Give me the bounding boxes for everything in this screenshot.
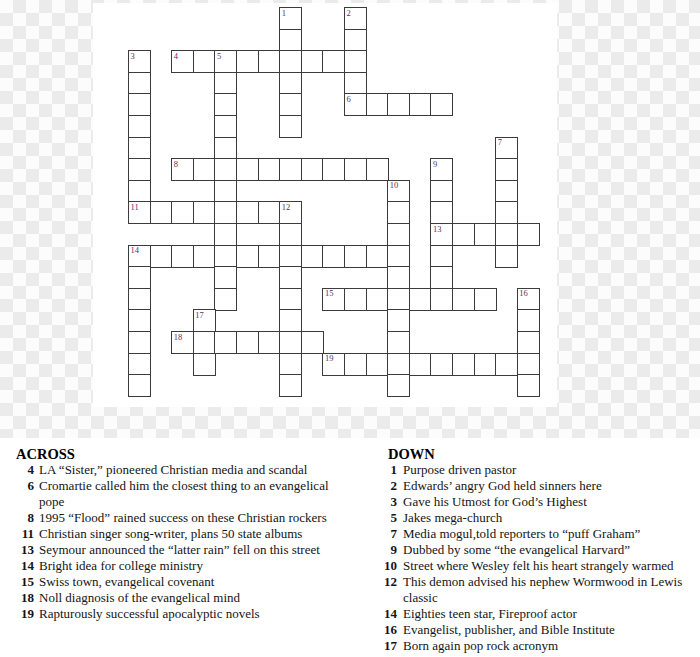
grid-cell[interactable] [366,158,389,181]
grid-cell[interactable] [344,29,367,52]
clue-item-text: Dubbed by some “the evangelical Harvard” [403,542,630,558]
grid-cell[interactable] [128,158,151,181]
clue-item: 2Edwards’ angry God held sinners here [372,478,700,494]
grid-cell[interactable]: 12 [279,201,302,224]
grid-cell[interactable] [430,201,453,224]
grid-cell[interactable] [387,331,410,354]
grid-cell[interactable] [279,374,302,397]
grid-cell[interactable]: 1 [279,7,302,30]
grid-cell[interactable] [409,353,432,376]
grid-cell[interactable] [409,288,432,311]
grid-cell[interactable] [279,288,302,311]
across-clues-section: ACROSS 4LA “Sister,” pioneered Christian… [0,446,352,622]
clue-item-text: Christian singer song-writer, plans 50 s… [39,526,302,542]
grid-cell[interactable] [301,245,324,268]
grid-cell[interactable]: 18 [171,331,194,354]
clue-number-label: 10 [390,180,399,190]
clue-item-number: 12 [372,574,397,590]
grid-cell[interactable] [387,223,410,246]
clue-number-label: 14 [131,245,140,255]
grid-cell[interactable] [128,309,151,332]
grid-cell[interactable] [344,50,367,73]
grid-cell[interactable] [495,158,518,181]
grid-cell[interactable] [214,201,237,224]
grid-cell[interactable] [214,72,237,95]
grid-cell[interactable] [452,223,475,246]
grid-cell[interactable] [193,50,216,73]
grid-cell[interactable] [193,245,216,268]
grid-cell[interactable] [279,158,302,181]
grid-cell[interactable] [214,223,237,246]
clue-item: 10Street where Wesley felt his heart str… [372,558,700,574]
grid-cell[interactable] [322,158,345,181]
grid-cell[interactable] [517,374,540,397]
clue-item-text: LA “Sister,” pioneered Christian media a… [39,462,307,478]
grid-cell[interactable]: 4 [171,50,194,73]
clue-item: 12This demon advised his nephew Wormwood… [372,574,700,606]
grid-cell[interactable] [366,353,389,376]
grid-cell[interactable] [452,288,475,311]
grid-cell[interactable] [474,223,497,246]
grid-cell[interactable]: 8 [171,158,194,181]
clue-item: 14Eighties teen star, Fireproof actor [372,606,700,622]
grid-cell[interactable]: 7 [495,137,518,160]
grid-cell[interactable] [344,72,367,95]
clue-item-text: Edwards’ angry God held sinners here [403,478,602,494]
clue-item: 6Cromartie called him the closest thing … [0,478,352,510]
grid-cell[interactable] [430,288,453,311]
grid-cell[interactable] [258,331,281,354]
grid-cell[interactable] [128,353,151,376]
grid-cell[interactable] [236,201,259,224]
clue-item: 11Christian singer song-writer, plans 50… [0,526,352,542]
grid-cell[interactable] [517,331,540,354]
grid-cell[interactable] [430,93,453,116]
grid-cell[interactable] [128,93,151,116]
clue-number-label: 19 [325,353,334,363]
clue-number-label: 16 [519,288,528,298]
grid-cell[interactable] [517,353,540,376]
grid-cell[interactable] [301,331,324,354]
grid-cell[interactable] [150,201,173,224]
grid-cell[interactable] [214,266,237,289]
clue-item-text: Evangelist, publisher, and Bible Institu… [403,622,615,638]
clue-item-number: 16 [372,622,397,638]
grid-cell[interactable] [344,245,367,268]
grid-cell[interactable] [128,266,151,289]
grid-cell[interactable] [495,201,518,224]
grid-cell[interactable]: 17 [193,309,216,332]
grid-cell[interactable] [128,331,151,354]
down-clue-list: 1Purpose driven pastor2Edwards’ angry Go… [372,462,700,654]
clue-item: 17Born again pop rock acronym [372,638,700,654]
grid-cell[interactable] [301,158,324,181]
clue-number-label: 5 [217,51,221,61]
grid-cell[interactable] [387,93,410,116]
grid-cell[interactable] [279,29,302,52]
clue-item: 13Seymour announced the “latter rain” fe… [0,542,352,558]
clue-item-number: 9 [372,542,397,558]
grid-cell[interactable] [387,309,410,332]
grid-cell[interactable] [150,245,173,268]
grid-cell[interactable] [430,353,453,376]
clue-number-label: 7 [498,137,502,147]
grid-cell[interactable] [128,288,151,311]
grid-cell[interactable] [279,72,302,95]
grid-cell[interactable] [258,158,281,181]
grid-cell[interactable] [258,245,281,268]
clue-item-number: 18 [0,590,34,606]
clue-number-label: 17 [195,310,204,320]
grid-cell[interactable] [214,158,237,181]
grid-cell[interactable] [387,245,410,268]
grid-cell[interactable] [366,93,389,116]
grid-cell[interactable] [193,331,216,354]
grid-cell[interactable] [279,115,302,138]
clue-item-text: Cromartie called him the closest thing t… [39,478,329,510]
clue-item: 4LA “Sister,” pioneered Christian media … [0,462,352,478]
clue-item-number: 11 [0,526,34,542]
clue-item-text: Media mogul,told reporters to “puff Grah… [403,526,640,542]
clue-number-label: 1 [282,8,286,18]
across-clue-list: 4LA “Sister,” pioneered Christian media … [0,462,352,622]
clue-item-number: 17 [372,638,397,654]
grid-cell[interactable] [430,180,453,203]
grid-cell[interactable] [322,50,345,73]
grid-cell[interactable]: 9 [430,158,453,181]
clue-item: 81995 “Flood” rained success on these Ch… [0,510,352,526]
grid-cell[interactable] [236,50,259,73]
grid-cell[interactable] [279,50,302,73]
clue-number-label: 6 [347,94,351,104]
clue-item-text: Noll diagnosis of the evangelical mind [39,590,240,606]
clue-item-number: 13 [0,542,34,558]
clue-item-number: 2 [372,478,397,494]
clue-item-text: Street where Wesley felt his heart stran… [403,558,674,574]
clue-item-number: 8 [0,510,34,526]
clue-item-text: Rapturously successful apocalyptic novel… [39,606,260,622]
clue-number-label: 3 [131,51,135,61]
clue-item: 5Jakes mega-church [372,510,700,526]
grid-cell[interactable] [344,353,367,376]
grid-cell[interactable]: 14 [128,245,151,268]
grid-cell[interactable]: 19 [322,353,345,376]
grid-cell[interactable] [301,50,324,73]
grid-cell[interactable] [474,288,497,311]
grid-cell[interactable] [322,245,345,268]
clue-item-text: Bright idea for college ministry [39,558,203,574]
clue-number-label: 2 [347,8,351,18]
grid-cell[interactable] [214,180,237,203]
clue-item-number: 10 [372,558,397,574]
clue-item-number: 1 [372,462,397,478]
clue-item: 1Purpose driven pastor [372,462,700,478]
clue-item-text: Purpose driven pastor [403,462,516,478]
clue-item-text: 1995 “Flood” rained success on these Chr… [39,510,327,526]
clue-item-number: 14 [0,558,34,574]
grid-cell[interactable] [214,115,237,138]
clue-item-number: 6 [0,478,34,494]
grid-cell[interactable] [474,353,497,376]
clue-item: 14Bright idea for college ministry [0,558,352,574]
clue-item: 3Gave his Utmost for God’s Highest [372,494,700,510]
grid-cell[interactable]: 15 [322,288,345,311]
grid-cell[interactable] [128,72,151,95]
clue-item: 9Dubbed by some “the evangelical Harvard… [372,542,700,558]
grid-cell[interactable]: 11 [128,201,151,224]
grid-cell[interactable] [279,309,302,332]
grid-cell[interactable] [430,245,453,268]
grid-cell[interactable] [387,374,410,397]
grid-cell[interactable] [452,353,475,376]
grid-cell[interactable] [517,309,540,332]
grid-cell[interactable] [409,93,432,116]
grid-cell[interactable] [495,353,518,376]
grid-cell[interactable] [236,158,259,181]
clue-item-number: 15 [0,574,34,590]
across-header: ACROSS [16,446,352,462]
grid-cell[interactable] [128,374,151,397]
grid-cell[interactable] [279,266,302,289]
grid-cell[interactable] [258,201,281,224]
clue-item-text: Seymour announced the “latter rain” fell… [39,542,320,558]
grid-cell[interactable] [344,158,367,181]
grid-cell[interactable] [279,245,302,268]
grid-cell[interactable] [366,288,389,311]
grid-cell[interactable] [214,288,237,311]
grid-cell[interactable] [344,288,367,311]
clue-item: 19Rapturously successful apocalyptic nov… [0,606,352,622]
down-clues-section: DOWN 1Purpose driven pastor2Edwards’ ang… [372,446,700,654]
grid-cell[interactable] [495,180,518,203]
grid-cell[interactable]: 2 [344,7,367,30]
grid-cell[interactable] [236,245,259,268]
clue-number-label: 12 [282,202,291,212]
grid-cell[interactable] [279,353,302,376]
grid-cell[interactable] [387,353,410,376]
grid-cell[interactable] [430,266,453,289]
grid-cell[interactable] [128,180,151,203]
clue-item: 18Noll diagnosis of the evangelical mind [0,590,352,606]
grid-cell[interactable] [214,93,237,116]
clue-item-text: Swiss town, evangelical covenant [39,574,214,590]
clue-item-text: Jakes mega-church [403,510,502,526]
grid-cell[interactable] [128,115,151,138]
grid-cell[interactable]: 16 [517,288,540,311]
grid-cell[interactable] [193,201,216,224]
grid-cell[interactable] [193,353,216,376]
grid-cell[interactable] [214,331,237,354]
grid-cell[interactable]: 13 [430,223,453,246]
clue-item-number: 5 [372,510,397,526]
clue-item-number: 4 [0,462,34,478]
clue-item-number: 14 [372,606,397,622]
clue-item-number: 19 [0,606,34,622]
grid-cell[interactable]: 6 [344,93,367,116]
grid-cell[interactable]: 3 [128,50,151,73]
grid-cell[interactable] [279,93,302,116]
grid-cell[interactable] [495,223,518,246]
grid-cell[interactable] [258,50,281,73]
grid-cell[interactable]: 10 [387,180,410,203]
grid-cell[interactable] [387,266,410,289]
grid-cell[interactable] [128,137,151,160]
grid-cell[interactable] [279,331,302,354]
grid-cell[interactable] [495,245,518,268]
clue-number-label: 9 [433,159,437,169]
grid-cell[interactable] [193,158,216,181]
clue-item-text: Born again pop rock acronym [403,638,558,654]
grid-cell[interactable]: 5 [214,50,237,73]
clue-item-text: Eighties teen star, Fireproof actor [403,606,577,622]
clue-item-number: 7 [372,526,397,542]
clue-item: 16Evangelist, publisher, and Bible Insti… [372,622,700,638]
clue-item: 15Swiss town, evangelical covenant [0,574,352,590]
grid-cell[interactable] [517,223,540,246]
clue-number-label: 4 [174,51,178,61]
clue-item-text: This demon advised his nephew Wormwood i… [403,574,682,606]
grid-cell[interactable] [214,245,237,268]
grid-cell[interactable] [387,288,410,311]
down-header: DOWN [388,446,700,462]
grid-cell[interactable] [171,201,194,224]
clue-item: 7Media mogul,told reporters to “puff Gra… [372,526,700,542]
clue-item-number: 3 [372,494,397,510]
clue-number-label: 11 [131,202,139,212]
grid-cell[interactable] [236,331,259,354]
grid-cell[interactable] [171,245,194,268]
grid-cell[interactable] [214,137,237,160]
clue-number-label: 13 [433,224,442,234]
grid-cell[interactable] [387,201,410,224]
grid-cell[interactable] [366,245,389,268]
grid-cell[interactable] [279,223,302,246]
clue-number-label: 8 [174,159,178,169]
clue-number-label: 15 [325,288,334,298]
clue-item-text: Gave his Utmost for God’s Highest [403,494,587,510]
clue-number-label: 18 [174,332,183,342]
